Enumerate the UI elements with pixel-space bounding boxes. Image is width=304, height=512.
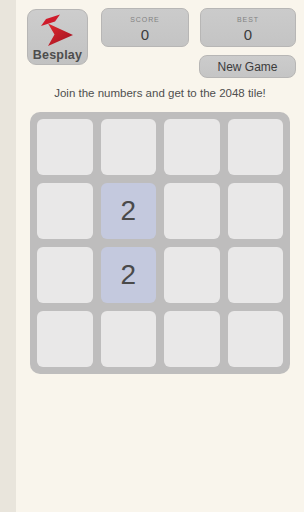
besplay-logo-button[interactable]: Besplay: [27, 9, 88, 65]
grid-cell-empty: [101, 119, 157, 175]
tile-2: 2: [101, 247, 157, 303]
grid-cell-empty: [164, 311, 220, 367]
grid-cell-empty: [37, 311, 93, 367]
grid-cell-empty: [228, 119, 284, 175]
grid-cell-empty: [37, 247, 93, 303]
grid-cell-empty: [164, 119, 220, 175]
grid-cell-empty: [228, 183, 284, 239]
subtitle-text: Join the numbers and get to the 2048 til…: [16, 86, 304, 100]
new-game-button[interactable]: New Game: [199, 55, 296, 78]
best-value: 0: [244, 25, 252, 44]
game-board[interactable]: 22: [30, 112, 290, 374]
grid-cell-empty: [164, 183, 220, 239]
score-box: SCORE 0: [101, 8, 189, 47]
grid-cell-empty: [228, 311, 284, 367]
tile-2: 2: [101, 183, 157, 239]
app-screen: Besplay SCORE 0 BEST 0 New Game Join the…: [16, 0, 304, 512]
score-label: SCORE: [130, 15, 159, 24]
score-value: 0: [141, 25, 149, 44]
grid-cell-empty: [164, 247, 220, 303]
best-box: BEST 0: [200, 8, 296, 47]
besplay-double-arrow-icon: [38, 13, 78, 47]
grid-cell-empty: [228, 247, 284, 303]
best-label: BEST: [237, 15, 259, 24]
grid-cell-empty: [37, 183, 93, 239]
besplay-logo-label: Besplay: [33, 48, 82, 62]
grid-cell-empty: [37, 119, 93, 175]
grid-cell-empty: [101, 311, 157, 367]
